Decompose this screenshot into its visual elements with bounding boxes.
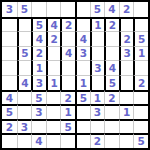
cell-r10c1[interactable]: [2, 133, 17, 148]
cell-r8c7: 3: [90, 104, 105, 119]
cell-r9c7[interactable]: [90, 119, 105, 134]
cell-r4c6: 3: [75, 46, 90, 61]
cell-r1c7: 5: [90, 2, 105, 17]
cell-r5c1[interactable]: [2, 60, 17, 75]
cell-r9c3[interactable]: [31, 119, 46, 134]
cell-r5c5[interactable]: [60, 60, 75, 75]
cell-r3c6: 4: [75, 31, 90, 46]
cell-r8c9: 1: [119, 104, 134, 119]
cell-r3c8[interactable]: [104, 31, 119, 46]
cell-r7c4[interactable]: [46, 90, 61, 105]
cell-r3c7[interactable]: [90, 31, 105, 46]
cell-r9c9[interactable]: [119, 119, 134, 134]
cell-r6c4: 1: [46, 75, 61, 90]
cell-r3c5[interactable]: [60, 31, 75, 46]
cell-r4c5: 4: [60, 46, 75, 61]
cell-r8c2[interactable]: [17, 104, 32, 119]
cell-r7c9[interactable]: [119, 90, 134, 105]
cell-r4c7[interactable]: [90, 46, 105, 61]
cell-r2c1[interactable]: [2, 17, 17, 32]
cell-r6c3: 3: [31, 75, 46, 90]
cell-r7c7: 1: [90, 90, 105, 105]
cell-r7c2[interactable]: [17, 90, 32, 105]
cell-r2c7: 1: [90, 17, 105, 32]
cell-r1c5[interactable]: [60, 2, 75, 17]
cell-r10c7: 2: [90, 133, 105, 148]
cell-r4c1[interactable]: [2, 46, 17, 61]
cell-r10c2[interactable]: [17, 133, 32, 148]
cell-r8c1: 5: [2, 104, 17, 119]
cell-r1c9: 2: [119, 2, 134, 17]
cell-r4c10: 1: [133, 46, 148, 61]
cell-r6c9[interactable]: [119, 75, 134, 90]
cell-r2c9[interactable]: [119, 17, 134, 32]
cell-r10c8[interactable]: [104, 133, 119, 148]
cell-r10c3: 4: [31, 133, 46, 148]
cell-r2c4: 4: [46, 17, 61, 32]
cell-r10c9[interactable]: [119, 133, 134, 148]
cell-r9c2: 3: [17, 119, 32, 134]
cell-r6c5[interactable]: [60, 75, 75, 90]
cell-r6c6: 1: [75, 75, 90, 90]
cell-r2c2[interactable]: [17, 17, 32, 32]
cell-r5c2[interactable]: [17, 60, 32, 75]
cell-r5c4[interactable]: [46, 60, 61, 75]
cell-r3c2[interactable]: [17, 31, 32, 46]
cell-r2c6[interactable]: [75, 17, 90, 32]
cell-r6c1[interactable]: [2, 75, 17, 90]
cell-r2c10[interactable]: [133, 17, 148, 32]
cell-r10c4[interactable]: [46, 133, 61, 148]
cell-r3c10: 5: [133, 31, 148, 46]
cell-r9c10[interactable]: [133, 119, 148, 134]
cell-r5c9[interactable]: [119, 60, 134, 75]
cell-r5c8: 4: [104, 60, 119, 75]
cell-r8c5: 1: [60, 104, 75, 119]
sudoku-board: 3554254212424255243311344311524525125313…: [0, 0, 150, 150]
cell-r4c3: 2: [31, 46, 46, 61]
cell-r7c1: 4: [2, 90, 17, 105]
cell-r8c6[interactable]: [75, 104, 90, 119]
cell-r10c5[interactable]: [60, 133, 75, 148]
cell-r3c9: 2: [119, 31, 134, 46]
cell-r5c7: 3: [90, 60, 105, 75]
cell-r1c2: 5: [17, 2, 32, 17]
cell-r6c7[interactable]: [90, 75, 105, 90]
cell-r3c1[interactable]: [2, 31, 17, 46]
cell-r5c10[interactable]: [133, 60, 148, 75]
cell-r6c10: 2: [133, 75, 148, 90]
cell-r4c4[interactable]: [46, 46, 61, 61]
cell-r7c5: 2: [60, 90, 75, 105]
cell-r10c6[interactable]: [75, 133, 90, 148]
cell-r1c8: 4: [104, 2, 119, 17]
cell-r1c4[interactable]: [46, 2, 61, 17]
cell-r4c2: 5: [17, 46, 32, 61]
cell-r1c1: 3: [2, 2, 17, 17]
cell-r9c8[interactable]: [104, 119, 119, 134]
cell-r2c3: 5: [31, 17, 46, 32]
cell-r7c3: 5: [31, 90, 46, 105]
cell-r6c8: 5: [104, 75, 119, 90]
cell-r3c4: 2: [46, 31, 61, 46]
cell-r2c5: 2: [60, 17, 75, 32]
cell-r8c10[interactable]: [133, 104, 148, 119]
cell-r5c6[interactable]: [75, 60, 90, 75]
cell-r8c3: 3: [31, 104, 46, 119]
cell-r7c8: 2: [104, 90, 119, 105]
cell-r4c8[interactable]: [104, 46, 119, 61]
cell-r9c1: 2: [2, 119, 17, 134]
cell-r1c6[interactable]: [75, 2, 90, 17]
cell-r9c6[interactable]: [75, 119, 90, 134]
cell-r5c3: 1: [31, 60, 46, 75]
cell-r9c5: 5: [60, 119, 75, 134]
cell-r4c9: 3: [119, 46, 134, 61]
cell-r1c10[interactable]: [133, 2, 148, 17]
cell-r7c10[interactable]: [133, 90, 148, 105]
cell-r7c6: 5: [75, 90, 90, 105]
cell-r3c3: 4: [31, 31, 46, 46]
cell-r2c8: 2: [104, 17, 119, 32]
cell-r9c4[interactable]: [46, 119, 61, 134]
cell-r1c3[interactable]: [31, 2, 46, 17]
cell-r8c4[interactable]: [46, 104, 61, 119]
cell-r6c2: 4: [17, 75, 32, 90]
cell-r8c8[interactable]: [104, 104, 119, 119]
cell-r10c10: 5: [133, 133, 148, 148]
